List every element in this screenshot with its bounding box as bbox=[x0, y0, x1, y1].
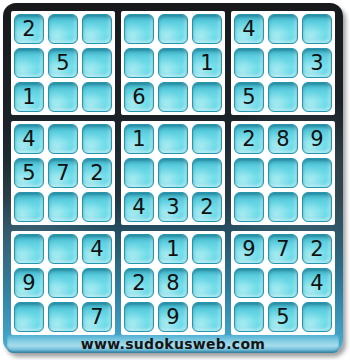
cell-r1c8[interactable] bbox=[268, 14, 298, 44]
cell-r4c7[interactable]: 2 bbox=[234, 124, 264, 154]
cell-r5c9[interactable] bbox=[302, 158, 332, 188]
sudoku-board: 2511643545721432289497128997245 bbox=[11, 11, 335, 335]
cell-r7c2[interactable] bbox=[48, 234, 78, 264]
cell-r2c3[interactable] bbox=[82, 48, 112, 78]
cell-r7c8[interactable]: 7 bbox=[268, 234, 298, 264]
cell-r1c6[interactable] bbox=[192, 14, 222, 44]
cell-r5c3[interactable]: 2 bbox=[82, 158, 112, 188]
cell-r1c9[interactable] bbox=[302, 14, 332, 44]
cell-r8c6[interactable] bbox=[192, 268, 222, 298]
cell-r7c4[interactable] bbox=[124, 234, 154, 264]
cell-r6c9[interactable] bbox=[302, 192, 332, 222]
cell-r7c6[interactable] bbox=[192, 234, 222, 264]
cell-r1c2[interactable] bbox=[48, 14, 78, 44]
cell-r3c5[interactable] bbox=[158, 82, 188, 112]
box-2-2: 1432 bbox=[121, 121, 225, 225]
cell-r6c6[interactable]: 2 bbox=[192, 192, 222, 222]
cell-r1c4[interactable] bbox=[124, 14, 154, 44]
cell-r4c2[interactable] bbox=[48, 124, 78, 154]
box-3-2: 1289 bbox=[121, 231, 225, 335]
cell-r2c9[interactable]: 3 bbox=[302, 48, 332, 78]
cell-r1c1[interactable]: 2 bbox=[14, 14, 44, 44]
cell-r7c1[interactable] bbox=[14, 234, 44, 264]
cell-r9c7[interactable] bbox=[234, 302, 264, 332]
cell-r1c3[interactable] bbox=[82, 14, 112, 44]
cell-r5c2[interactable]: 7 bbox=[48, 158, 78, 188]
cell-r3c8[interactable] bbox=[268, 82, 298, 112]
sudoku-page: 2511643545721432289497128997245 www.sudo… bbox=[0, 0, 350, 360]
cell-r6c1[interactable] bbox=[14, 192, 44, 222]
cell-r3c4[interactable]: 6 bbox=[124, 82, 154, 112]
cell-r4c6[interactable] bbox=[192, 124, 222, 154]
cell-r6c2[interactable] bbox=[48, 192, 78, 222]
cell-r2c7[interactable] bbox=[234, 48, 264, 78]
cell-r8c4[interactable]: 2 bbox=[124, 268, 154, 298]
box-2-1: 4572 bbox=[11, 121, 115, 225]
cell-r9c5[interactable]: 9 bbox=[158, 302, 188, 332]
cell-r5c6[interactable] bbox=[192, 158, 222, 188]
cell-r4c3[interactable] bbox=[82, 124, 112, 154]
cell-r8c8[interactable] bbox=[268, 268, 298, 298]
cell-r2c6[interactable]: 1 bbox=[192, 48, 222, 78]
cell-r4c9[interactable]: 9 bbox=[302, 124, 332, 154]
cell-r8c1[interactable]: 9 bbox=[14, 268, 44, 298]
cell-r9c4[interactable] bbox=[124, 302, 154, 332]
cell-r3c2[interactable] bbox=[48, 82, 78, 112]
cell-r7c5[interactable]: 1 bbox=[158, 234, 188, 264]
cell-r2c8[interactable] bbox=[268, 48, 298, 78]
cell-r5c4[interactable] bbox=[124, 158, 154, 188]
cell-r9c1[interactable] bbox=[14, 302, 44, 332]
cell-r9c8[interactable]: 5 bbox=[268, 302, 298, 332]
cell-r9c6[interactable] bbox=[192, 302, 222, 332]
cell-r2c4[interactable] bbox=[124, 48, 154, 78]
cell-r6c3[interactable] bbox=[82, 192, 112, 222]
cell-r3c7[interactable]: 5 bbox=[234, 82, 264, 112]
cell-r4c8[interactable]: 8 bbox=[268, 124, 298, 154]
cell-r7c9[interactable]: 2 bbox=[302, 234, 332, 264]
cell-r3c9[interactable] bbox=[302, 82, 332, 112]
box-3-3: 97245 bbox=[231, 231, 335, 335]
cell-r8c3[interactable] bbox=[82, 268, 112, 298]
cell-r5c5[interactable] bbox=[158, 158, 188, 188]
cell-r3c6[interactable] bbox=[192, 82, 222, 112]
cell-r6c7[interactable] bbox=[234, 192, 264, 222]
footer-bar: www.sudokusweb.com bbox=[7, 335, 339, 353]
cell-r8c2[interactable] bbox=[48, 268, 78, 298]
cell-r6c4[interactable]: 4 bbox=[124, 192, 154, 222]
cell-r2c2[interactable]: 5 bbox=[48, 48, 78, 78]
cell-r3c1[interactable]: 1 bbox=[14, 82, 44, 112]
cell-r2c1[interactable] bbox=[14, 48, 44, 78]
cell-r4c1[interactable]: 4 bbox=[14, 124, 44, 154]
cell-r1c7[interactable]: 4 bbox=[234, 14, 264, 44]
sudoku-board-frame: 2511643545721432289497128997245 www.sudo… bbox=[3, 3, 343, 353]
cell-r8c7[interactable] bbox=[234, 268, 264, 298]
cell-r5c8[interactable] bbox=[268, 158, 298, 188]
cell-r9c2[interactable] bbox=[48, 302, 78, 332]
cell-r8c5[interactable]: 8 bbox=[158, 268, 188, 298]
cell-r8c9[interactable]: 4 bbox=[302, 268, 332, 298]
cell-r6c8[interactable] bbox=[268, 192, 298, 222]
box-1-3: 435 bbox=[231, 11, 335, 115]
cell-r5c1[interactable]: 5 bbox=[14, 158, 44, 188]
cell-r3c3[interactable] bbox=[82, 82, 112, 112]
cell-r4c4[interactable]: 1 bbox=[124, 124, 154, 154]
box-2-3: 289 bbox=[231, 121, 335, 225]
cell-r6c5[interactable]: 3 bbox=[158, 192, 188, 222]
cell-r4c5[interactable] bbox=[158, 124, 188, 154]
site-link[interactable]: www.sudokusweb.com bbox=[81, 336, 265, 352]
box-1-2: 16 bbox=[121, 11, 225, 115]
cell-r9c3[interactable]: 7 bbox=[82, 302, 112, 332]
box-1-1: 251 bbox=[11, 11, 115, 115]
cell-r2c5[interactable] bbox=[158, 48, 188, 78]
box-3-1: 497 bbox=[11, 231, 115, 335]
cell-r1c5[interactable] bbox=[158, 14, 188, 44]
cell-r7c3[interactable]: 4 bbox=[82, 234, 112, 264]
cell-r9c9[interactable] bbox=[302, 302, 332, 332]
cell-r7c7[interactable]: 9 bbox=[234, 234, 264, 264]
cell-r5c7[interactable] bbox=[234, 158, 264, 188]
